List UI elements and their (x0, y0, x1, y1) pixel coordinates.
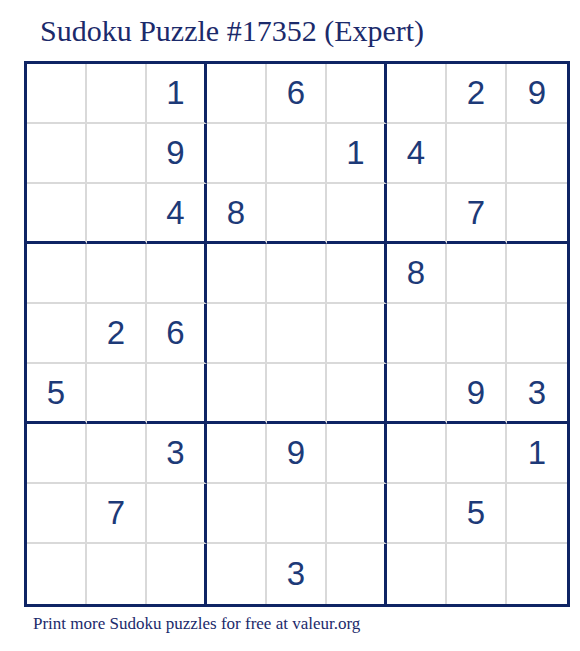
cell-r4c4[interactable] (207, 244, 267, 304)
cell-r7c2[interactable] (87, 424, 147, 484)
cell-r9c5[interactable]: 3 (267, 544, 327, 604)
cell-r8c4[interactable] (207, 484, 267, 544)
cell-r3c4[interactable]: 8 (207, 184, 267, 244)
cell-r6c4[interactable] (207, 364, 267, 424)
sudoku-board: 1629914487826593391753 (24, 61, 570, 607)
cell-r8c2[interactable]: 7 (87, 484, 147, 544)
cell-r4c3[interactable] (147, 244, 207, 304)
cell-r4c2[interactable] (87, 244, 147, 304)
cell-r8c6[interactable] (327, 484, 387, 544)
cell-r7c1[interactable] (27, 424, 87, 484)
cell-r2c1[interactable] (27, 124, 87, 184)
cell-r2c3[interactable]: 9 (147, 124, 207, 184)
cell-r6c8[interactable]: 9 (447, 364, 507, 424)
cell-r9c6[interactable] (327, 544, 387, 604)
cell-r5c8[interactable] (447, 304, 507, 364)
sudoku-print-page: Sudoku Puzzle #17352 (Expert) 1629914487… (0, 0, 580, 651)
cell-r3c6[interactable] (327, 184, 387, 244)
cell-r3c3[interactable]: 4 (147, 184, 207, 244)
cell-r1c4[interactable] (207, 64, 267, 124)
cell-r3c1[interactable] (27, 184, 87, 244)
cell-r2c5[interactable] (267, 124, 327, 184)
footer-text: Print more Sudoku puzzles for free at va… (33, 614, 360, 634)
cell-r2c2[interactable] (87, 124, 147, 184)
cell-r8c9[interactable] (507, 484, 567, 544)
cell-r1c8[interactable]: 2 (447, 64, 507, 124)
cell-r5c1[interactable] (27, 304, 87, 364)
cell-r9c1[interactable] (27, 544, 87, 604)
cell-r9c7[interactable] (387, 544, 447, 604)
cell-r3c9[interactable] (507, 184, 567, 244)
cell-r7c9[interactable]: 1 (507, 424, 567, 484)
cell-r6c9[interactable]: 3 (507, 364, 567, 424)
cell-r4c8[interactable] (447, 244, 507, 304)
cell-r7c3[interactable]: 3 (147, 424, 207, 484)
cell-r6c2[interactable] (87, 364, 147, 424)
cell-r3c5[interactable] (267, 184, 327, 244)
cell-r2c8[interactable] (447, 124, 507, 184)
cell-r4c9[interactable] (507, 244, 567, 304)
cell-r8c8[interactable]: 5 (447, 484, 507, 544)
cell-r9c3[interactable] (147, 544, 207, 604)
cell-r8c1[interactable] (27, 484, 87, 544)
cell-r2c6[interactable]: 1 (327, 124, 387, 184)
cell-r7c7[interactable] (387, 424, 447, 484)
cell-r6c3[interactable] (147, 364, 207, 424)
cell-r1c1[interactable] (27, 64, 87, 124)
cell-r1c9[interactable]: 9 (507, 64, 567, 124)
cell-r9c4[interactable] (207, 544, 267, 604)
cell-r4c5[interactable] (267, 244, 327, 304)
cell-r8c3[interactable] (147, 484, 207, 544)
cell-r8c7[interactable] (387, 484, 447, 544)
cell-r4c7[interactable]: 8 (387, 244, 447, 304)
cell-r7c6[interactable] (327, 424, 387, 484)
cell-r1c3[interactable]: 1 (147, 64, 207, 124)
cell-r6c1[interactable]: 5 (27, 364, 87, 424)
cell-r5c5[interactable] (267, 304, 327, 364)
cell-r2c7[interactable]: 4 (387, 124, 447, 184)
cell-r5c9[interactable] (507, 304, 567, 364)
cell-r5c7[interactable] (387, 304, 447, 364)
cell-r7c8[interactable] (447, 424, 507, 484)
cell-r7c4[interactable] (207, 424, 267, 484)
cell-r1c2[interactable] (87, 64, 147, 124)
cell-r6c7[interactable] (387, 364, 447, 424)
cell-r3c2[interactable] (87, 184, 147, 244)
page-title: Sudoku Puzzle #17352 (Expert) (40, 14, 424, 48)
cell-r4c1[interactable] (27, 244, 87, 304)
cell-r2c9[interactable] (507, 124, 567, 184)
cell-r5c3[interactable]: 6 (147, 304, 207, 364)
cell-r9c8[interactable] (447, 544, 507, 604)
cell-r8c5[interactable] (267, 484, 327, 544)
cell-r1c5[interactable]: 6 (267, 64, 327, 124)
cell-r6c5[interactable] (267, 364, 327, 424)
cell-r6c6[interactable] (327, 364, 387, 424)
cell-r7c5[interactable]: 9 (267, 424, 327, 484)
cell-r2c4[interactable] (207, 124, 267, 184)
cell-r1c7[interactable] (387, 64, 447, 124)
cell-r3c8[interactable]: 7 (447, 184, 507, 244)
cell-r5c6[interactable] (327, 304, 387, 364)
cell-r9c9[interactable] (507, 544, 567, 604)
cell-r9c2[interactable] (87, 544, 147, 604)
cell-r1c6[interactable] (327, 64, 387, 124)
cell-r5c4[interactable] (207, 304, 267, 364)
cell-r5c2[interactable]: 2 (87, 304, 147, 364)
cell-r4c6[interactable] (327, 244, 387, 304)
cell-r3c7[interactable] (387, 184, 447, 244)
